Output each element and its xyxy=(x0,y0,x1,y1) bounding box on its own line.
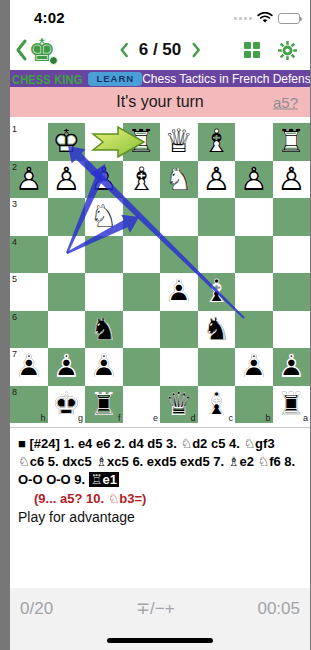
square-f7[interactable]: ♟♙ xyxy=(85,348,123,386)
square-c8[interactable]: c♝♗ xyxy=(198,386,236,424)
square-a2[interactable]: ♟♙ xyxy=(273,161,311,199)
home-indicator[interactable] xyxy=(107,638,213,643)
black-king-piece[interactable]: ♚♔ xyxy=(48,386,86,424)
square-d7[interactable] xyxy=(160,348,198,386)
square-c3[interactable] xyxy=(198,198,236,236)
square-g8[interactable]: g♚♔ xyxy=(48,386,86,424)
black-bishop-piece[interactable]: ♝♗ xyxy=(198,386,236,424)
square-f3[interactable]: ♞♘ xyxy=(85,198,123,236)
black-pawn-piece[interactable]: ♟♙ xyxy=(235,348,273,386)
file-label: b xyxy=(265,413,270,423)
white-pawn-piece[interactable]: ♟♙ xyxy=(235,161,273,199)
black-queen-piece[interactable]: ♛♕ xyxy=(160,386,198,424)
black-knight-piece[interactable]: ♞♘ xyxy=(198,311,236,349)
square-b8[interactable]: b xyxy=(235,386,273,424)
square-d4[interactable] xyxy=(160,236,198,274)
square-e5[interactable] xyxy=(123,273,161,311)
square-a6[interactable] xyxy=(273,311,311,349)
rank-label: 5 xyxy=(12,274,17,284)
logo-badge xyxy=(49,56,58,65)
file-label: h xyxy=(40,413,45,423)
square-h5[interactable]: 5 xyxy=(10,273,48,311)
learn-badge: LEARN xyxy=(88,72,142,86)
white-pawn-piece[interactable]: ♟♙ xyxy=(10,161,48,199)
square-d5[interactable]: ♟♙ xyxy=(160,273,198,311)
white-bishop-piece[interactable]: ♝♗ xyxy=(198,123,236,161)
square-b4[interactable] xyxy=(235,236,273,274)
square-g1[interactable]: ♚♔ xyxy=(48,123,86,161)
black-pawn-piece[interactable]: ♟♙ xyxy=(273,348,311,386)
square-g3[interactable] xyxy=(48,198,86,236)
black-pawn-piece[interactable]: ♟♙ xyxy=(48,348,86,386)
square-g6[interactable] xyxy=(48,311,86,349)
rank-label: 6 xyxy=(12,312,17,322)
bottom-bar: 0/20 ∓/−+ 00:05 xyxy=(10,588,310,650)
square-h1[interactable]: 1 xyxy=(10,123,48,161)
hint-link[interactable]: a5? xyxy=(273,94,298,111)
status-bar: 4:02 xyxy=(10,0,310,30)
square-f8[interactable]: f♜♖ xyxy=(85,386,123,424)
square-c7[interactable] xyxy=(198,348,236,386)
square-c4[interactable] xyxy=(198,236,236,274)
back-button[interactable] xyxy=(15,38,28,62)
white-bishop-piece[interactable]: ♝♗ xyxy=(123,161,161,199)
app-name: CHESS KING xyxy=(12,72,82,86)
square-e7[interactable] xyxy=(123,348,161,386)
square-f4[interactable] xyxy=(85,236,123,274)
eval-goal: ∓/−+ xyxy=(136,598,175,619)
square-c5[interactable]: ♝♗ xyxy=(198,273,236,311)
score-counter: 0/20 xyxy=(20,599,53,619)
nav-bar: ♚ 6 / 50 xyxy=(10,30,310,70)
square-c6[interactable]: ♞♘ xyxy=(198,311,236,349)
move-list[interactable]: ■ [#24] 1. e4 e6 2. d4 d5 3. ♘d2 c5 4. ♘… xyxy=(10,428,310,490)
square-d3[interactable] xyxy=(160,198,198,236)
white-knight-piece[interactable]: ♞♘ xyxy=(160,161,198,199)
square-c1[interactable]: ♝♗ xyxy=(198,123,236,161)
goal-caption: Play for advantage xyxy=(10,509,310,525)
white-knight-piece[interactable]: ♞♘ xyxy=(85,198,123,236)
chess-king-logo: ♚ xyxy=(28,32,56,68)
white-pawn-piece[interactable]: ♟♙ xyxy=(198,161,236,199)
rank-label: 4 xyxy=(12,237,17,247)
square-b7[interactable]: ♟♙ xyxy=(235,348,273,386)
square-b5[interactable] xyxy=(235,273,273,311)
white-pawn-piece[interactable]: ♟♙ xyxy=(273,161,311,199)
battery-icon xyxy=(278,13,300,24)
black-pawn-piece[interactable]: ♟♙ xyxy=(10,348,48,386)
status-icons xyxy=(234,12,300,24)
square-e2[interactable]: ♝♗ xyxy=(123,161,161,199)
square-a5[interactable] xyxy=(273,273,311,311)
puzzle-grid-button[interactable] xyxy=(244,42,260,58)
black-pawn-piece[interactable]: ♟♙ xyxy=(85,348,123,386)
file-label: e xyxy=(153,413,158,423)
white-pawn-piece[interactable]: ♟♙ xyxy=(85,161,123,199)
rank-label: 1 xyxy=(12,124,17,134)
white-rook-piece[interactable]: ♜♖ xyxy=(273,123,311,161)
clock-time: 4:02 xyxy=(34,9,65,26)
black-rook-piece[interactable]: ♜♖ xyxy=(273,386,311,424)
square-h6[interactable]: 6 xyxy=(10,311,48,349)
square-a3[interactable] xyxy=(273,198,311,236)
square-a7[interactable]: ♟♙ xyxy=(273,348,311,386)
square-a1[interactable]: ♜♖ xyxy=(273,123,311,161)
cellular-signal-icon xyxy=(234,17,252,20)
square-d1[interactable]: ♛♕ xyxy=(160,123,198,161)
rank-label: 8 xyxy=(12,387,17,397)
square-g5[interactable] xyxy=(48,273,86,311)
square-f6[interactable]: ♞♘ xyxy=(85,311,123,349)
white-pawn-piece[interactable]: ♟♙ xyxy=(48,161,86,199)
square-f2[interactable]: ♟♙ xyxy=(85,161,123,199)
settings-gear-button[interactable] xyxy=(277,40,298,61)
black-pawn-piece[interactable]: ♟♙ xyxy=(160,273,198,311)
white-king-piece[interactable]: ♚♔ xyxy=(48,123,86,161)
square-g4[interactable] xyxy=(48,236,86,274)
square-e3[interactable] xyxy=(123,198,161,236)
current-move[interactable]: ♖e1 xyxy=(89,472,119,487)
square-c2[interactable]: ♟♙ xyxy=(198,161,236,199)
square-g2[interactable]: ♟♙ xyxy=(48,161,86,199)
square-e4[interactable] xyxy=(123,236,161,274)
prev-puzzle-button[interactable] xyxy=(120,42,129,58)
black-rook-piece[interactable]: ♜♖ xyxy=(85,386,123,424)
white-queen-piece[interactable]: ♛♕ xyxy=(160,123,198,161)
square-h3[interactable]: 3 xyxy=(10,198,48,236)
square-e8[interactable]: e xyxy=(123,386,161,424)
square-b1[interactable] xyxy=(235,123,273,161)
square-b6[interactable] xyxy=(235,311,273,349)
square-a8[interactable]: a♜♖ xyxy=(273,386,311,424)
square-h8[interactable]: 8h xyxy=(10,386,48,424)
square-f1[interactable] xyxy=(85,123,123,161)
next-puzzle-button[interactable] xyxy=(191,42,200,58)
wifi-icon xyxy=(257,12,273,24)
black-knight-piece[interactable]: ♞♘ xyxy=(85,311,123,349)
square-d8[interactable]: d♛♕ xyxy=(160,386,198,424)
square-f5[interactable] xyxy=(85,273,123,311)
square-d6[interactable] xyxy=(160,311,198,349)
chess-board: 1♚♔♜♖♛♕♝♗♜♖2♟♙♟♙♟♙♝♗♞♘♟♙♟♙♟♙3♞♘45♟♙♝♗6♞♘… xyxy=(10,123,310,423)
app-screen: 4:02 ♚ 6 / 50 xyxy=(10,0,310,650)
turn-message: It's your turn xyxy=(116,93,204,111)
square-d2[interactable]: ♞♘ xyxy=(160,161,198,199)
course-title: Chess Tactics in French Defense xyxy=(142,72,310,86)
brand-bar: CHESS KING LEARN Chess Tactics in French… xyxy=(10,70,310,87)
rank-label: 3 xyxy=(12,199,17,209)
black-bishop-piece[interactable]: ♝♗ xyxy=(198,273,236,311)
square-h7[interactable]: 7♟♙ xyxy=(10,348,48,386)
square-a4[interactable] xyxy=(273,236,311,274)
square-b2[interactable]: ♟♙ xyxy=(235,161,273,199)
square-h2[interactable]: 2♟♙ xyxy=(10,161,48,199)
timer: 00:05 xyxy=(257,599,300,619)
turn-bar: It's your turn a5? xyxy=(10,87,310,117)
white-rook-piece[interactable]: ♜♖ xyxy=(123,123,161,161)
square-h4[interactable]: 4 xyxy=(10,236,48,274)
square-g7[interactable]: ♟♙ xyxy=(48,348,86,386)
square-e1[interactable]: ♜♖ xyxy=(123,123,161,161)
moves-text: ■ [#24] 1. e4 e6 2. d4 d5 3. ♘d2 c5 4. ♘… xyxy=(18,436,295,487)
puzzle-counter: 6 / 50 xyxy=(139,40,182,60)
variation-line: (9... a5? 10. ♘b3=) xyxy=(34,491,310,506)
square-e6[interactable] xyxy=(123,311,161,349)
square-b3[interactable] xyxy=(235,198,273,236)
